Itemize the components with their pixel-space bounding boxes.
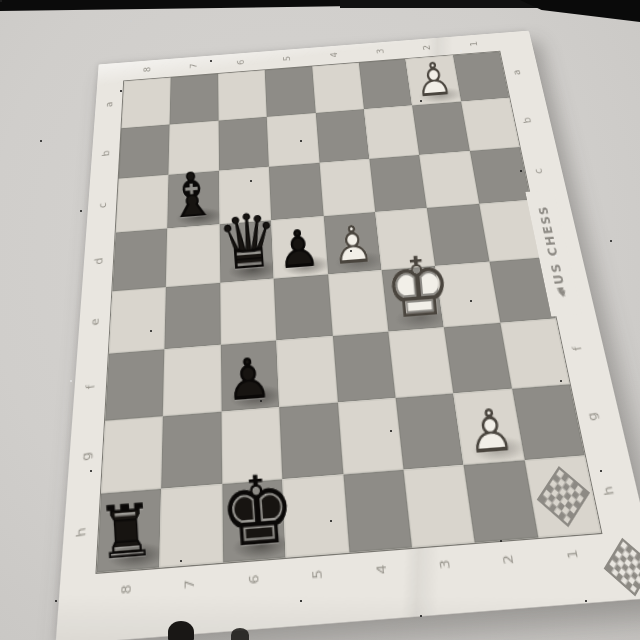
square-b6 xyxy=(218,117,269,171)
square-g3 xyxy=(395,393,463,469)
photo-top-right-dark-corner xyxy=(520,0,640,22)
square-h4 xyxy=(343,470,412,553)
square-g6 xyxy=(221,407,282,484)
square-h2 xyxy=(464,460,538,543)
square-g7 xyxy=(162,411,222,488)
square-c7: ♝♗ xyxy=(167,171,219,229)
square-c5 xyxy=(269,163,323,221)
piece-shadow xyxy=(334,249,387,273)
square-f6: ♟♙ xyxy=(221,340,280,411)
rank-label-4: 4 xyxy=(324,34,343,76)
photo-scene: 87654321 87654321 abcdefgh abcdefgh ♟♙♝♗… xyxy=(0,0,640,640)
square-c6 xyxy=(219,167,271,225)
square-f7 xyxy=(163,344,221,416)
square-d4: ♟♙ xyxy=(323,212,381,273)
square-g5 xyxy=(279,402,343,479)
square-h5 xyxy=(282,474,348,557)
square-f4 xyxy=(332,331,395,402)
piece-shadow xyxy=(280,253,333,277)
piece-shadow xyxy=(105,539,166,571)
photo-top-dark-band xyxy=(0,0,370,11)
rank-label-5: 5 xyxy=(278,38,296,80)
square-f8 xyxy=(105,349,165,421)
square-e6 xyxy=(220,278,276,344)
corner-diamond-logo xyxy=(604,538,640,597)
square-h6: ♚♔ xyxy=(222,479,286,562)
square-e5 xyxy=(274,274,333,340)
h1-square-diamond-logo xyxy=(536,466,590,528)
square-f1 xyxy=(500,318,570,388)
white-pawn-d4: ♟♙ xyxy=(324,218,382,271)
black-bishop-c7: ♝♗ xyxy=(164,164,220,226)
square-f3 xyxy=(388,327,453,398)
square-h3 xyxy=(403,465,475,548)
board-mat-wrapper: 87654321 87654321 abcdefgh abcdefgh ♟♙♝♗… xyxy=(56,31,640,640)
square-e8 xyxy=(109,287,166,354)
rank-label-7: 7 xyxy=(186,45,202,87)
rank-label-8: 8 xyxy=(138,49,155,91)
off-board-captured-piece-2 xyxy=(231,628,249,640)
film-grain-noise xyxy=(0,0,2,2)
square-g8 xyxy=(101,416,163,493)
square-h7 xyxy=(160,484,223,568)
square-h8: ♜♖ xyxy=(97,489,162,573)
square-e4 xyxy=(328,270,389,336)
square-d2 xyxy=(427,204,489,265)
square-g4 xyxy=(337,398,403,475)
square-d7 xyxy=(166,225,220,287)
off-board-captured-piece xyxy=(168,621,194,640)
vinyl-chess-mat: 87654321 87654321 abcdefgh abcdefgh ♟♙♝♗… xyxy=(56,31,640,640)
square-e7 xyxy=(165,282,221,348)
square-b5 xyxy=(267,113,319,167)
square-d5: ♟♙ xyxy=(271,216,327,278)
square-b7 xyxy=(169,121,219,175)
square-c3 xyxy=(369,155,427,212)
square-c4 xyxy=(319,159,375,216)
square-b2 xyxy=(412,102,469,155)
square-b3 xyxy=(364,105,420,159)
square-f5 xyxy=(276,336,337,407)
square-e3: ♚♔ xyxy=(381,265,444,331)
piece-shadow xyxy=(394,305,450,331)
square-d6: ♛♕ xyxy=(219,221,273,283)
square-b4 xyxy=(315,109,369,163)
piece-shadow xyxy=(231,530,292,562)
rank-label-6: 6 xyxy=(232,42,248,84)
square-d3 xyxy=(375,208,435,269)
square-c2 xyxy=(419,151,479,208)
